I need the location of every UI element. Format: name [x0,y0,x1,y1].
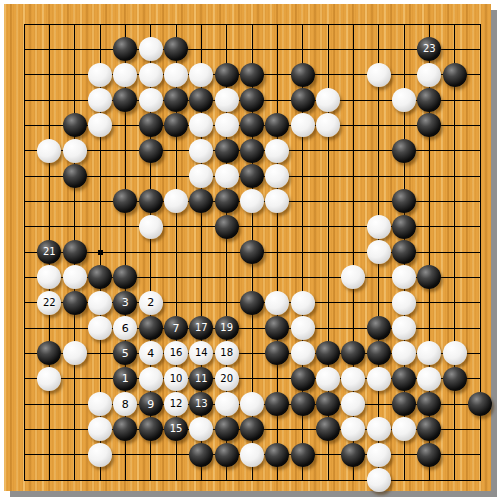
white-stone-c4r13[interactable] [88,316,112,340]
move-number-label: 1 [122,373,129,384]
black-stone-c12r3[interactable] [291,63,315,87]
black-stone-c3r10[interactable] [63,240,87,264]
black-stone-c7r13[interactable]: 7 [164,316,188,340]
white-stone-c15r18[interactable] [367,443,391,467]
black-stone-c3r7[interactable] [63,164,87,188]
white-stone-c2r12[interactable]: 22 [37,291,61,315]
black-stone-c17r11[interactable] [417,265,441,289]
black-stone-c6r17[interactable] [139,417,163,441]
move-number-label: 21 [43,247,56,257]
black-stone-c10r7[interactable] [240,164,264,188]
white-stone-c16r14[interactable] [392,341,416,365]
move-number-label: 13 [195,399,208,409]
black-stone-c16r6[interactable] [392,139,416,163]
black-stone-c17r18[interactable] [417,443,441,467]
black-stone-c6r13[interactable] [139,316,163,340]
move-number-label: 8 [122,399,129,410]
white-stone-c6r4[interactable] [139,88,163,112]
white-stone-c10r8[interactable] [240,189,264,213]
white-stone-c7r8[interactable] [164,189,188,213]
white-stone-c8r7[interactable] [189,164,213,188]
white-stone-c8r17[interactable] [189,417,213,441]
move-number-label: 19 [220,323,233,333]
move-number-label: 18 [220,348,233,358]
white-stone-c4r3[interactable] [88,63,112,87]
black-stone-c10r6[interactable] [240,139,264,163]
move-number-label: 20 [220,374,233,384]
black-stone-c6r8[interactable] [139,189,163,213]
black-stone-c12r18[interactable] [291,443,315,467]
black-stone-c10r10[interactable] [240,240,264,264]
white-stone-c5r13[interactable]: 6 [113,316,137,340]
star-point [98,250,103,255]
white-stone-c17r15[interactable] [417,367,441,391]
black-stone-c7r5[interactable] [164,113,188,137]
black-stone-c17r5[interactable] [417,113,441,137]
black-stone-c8r13[interactable]: 17 [189,316,213,340]
white-stone-c14r16[interactable] [341,392,365,416]
black-stone-c5r15[interactable]: 1 [113,367,137,391]
white-stone-c15r15[interactable] [367,367,391,391]
white-stone-c6r12[interactable]: 2 [139,291,163,315]
black-stone-c9r6[interactable] [215,139,239,163]
black-stone-c3r12[interactable] [63,291,87,315]
white-stone-c6r15[interactable] [139,367,163,391]
white-stone-c6r2[interactable] [139,37,163,61]
white-stone-c11r7[interactable] [265,164,289,188]
black-stone-c9r17[interactable] [215,417,239,441]
black-stone-c7r2[interactable] [164,37,188,61]
black-stone-c10r12[interactable] [240,291,264,315]
white-stone-c8r5[interactable] [189,113,213,137]
black-stone-c14r18[interactable] [341,443,365,467]
white-stone-c16r12[interactable] [392,291,416,315]
move-number-label: 4 [147,348,154,359]
white-stone-c2r15[interactable] [37,367,61,391]
white-stone-c16r4[interactable] [392,88,416,112]
move-number-label: 16 [170,348,183,358]
grid-line-horizontal [24,480,481,481]
black-stone-c8r4[interactable] [189,88,213,112]
white-stone-c11r8[interactable] [265,189,289,213]
black-stone-c11r18[interactable] [265,443,289,467]
black-stone-c5r2[interactable] [113,37,137,61]
white-stone-c12r5[interactable] [291,113,315,137]
black-stone-c13r17[interactable] [316,417,340,441]
white-stone-c15r9[interactable] [367,215,391,239]
black-stone-c15r13[interactable] [367,316,391,340]
white-stone-c3r6[interactable] [63,139,87,163]
black-stone-c13r14[interactable] [316,341,340,365]
white-stone-c4r16[interactable] [88,392,112,416]
go-board[interactable]: 2321223267171954161418110112089121315 [4,4,491,491]
white-stone-c5r3[interactable] [113,63,137,87]
move-number-label: 10 [170,374,183,384]
black-stone-c16r8[interactable] [392,189,416,213]
white-stone-c12r12[interactable] [291,291,315,315]
white-stone-c9r16[interactable] [215,392,239,416]
black-stone-c8r18[interactable] [189,443,213,467]
black-stone-c8r8[interactable] [189,189,213,213]
white-stone-c6r3[interactable] [139,63,163,87]
white-stone-c16r17[interactable] [392,417,416,441]
white-stone-c14r15[interactable] [341,367,365,391]
white-stone-c11r6[interactable] [265,139,289,163]
black-stone-c11r16[interactable] [265,392,289,416]
white-stone-c13r5[interactable] [316,113,340,137]
white-stone-c9r14[interactable]: 18 [215,341,239,365]
black-stone-c9r9[interactable] [215,215,239,239]
black-stone-c16r15[interactable] [392,367,416,391]
move-number-label: 5 [122,348,129,359]
black-stone-c12r16[interactable] [291,392,315,416]
white-stone-c13r15[interactable] [316,367,340,391]
white-stone-c17r3[interactable] [417,63,441,87]
white-stone-c3r11[interactable] [63,265,87,289]
black-stone-c5r11[interactable] [113,265,137,289]
black-stone-c14r14[interactable] [341,341,365,365]
black-stone-c15r14[interactable] [367,341,391,365]
black-stone-c18r3[interactable] [443,63,467,87]
white-stone-c7r16[interactable]: 12 [164,392,188,416]
black-stone-c3r5[interactable] [63,113,87,137]
white-stone-c15r17[interactable] [367,417,391,441]
black-stone-c6r16[interactable]: 9 [139,392,163,416]
black-stone-c9r3[interactable] [215,63,239,87]
move-number-label: 3 [122,297,129,308]
white-stone-c9r7[interactable] [215,164,239,188]
white-stone-c2r6[interactable] [37,139,61,163]
black-stone-c5r8[interactable] [113,189,137,213]
white-stone-c4r4[interactable] [88,88,112,112]
page-background: { "game": "go", "board": { "size": 19, "… [0,0,500,500]
grid-line-horizontal [24,49,481,50]
move-number-label: 17 [195,323,208,333]
black-stone-c19r16[interactable] [468,392,492,416]
black-stone-c11r5[interactable] [265,113,289,137]
move-number-label: 14 [195,348,208,358]
white-stone-c3r14[interactable] [63,341,87,365]
white-stone-c4r17[interactable] [88,417,112,441]
black-stone-c2r10[interactable]: 21 [37,240,61,264]
black-stone-c10r3[interactable] [240,63,264,87]
white-stone-c6r14[interactable]: 4 [139,341,163,365]
black-stone-c6r5[interactable] [139,113,163,137]
black-stone-c17r17[interactable] [417,417,441,441]
grid-line-vertical [24,24,25,481]
black-stone-c16r9[interactable] [392,215,416,239]
black-stone-c10r5[interactable] [240,113,264,137]
black-stone-c17r16[interactable] [417,392,441,416]
white-stone-c9r5[interactable] [215,113,239,137]
white-stone-c15r3[interactable] [367,63,391,87]
black-stone-c18r15[interactable] [443,367,467,391]
black-stone-c17r2[interactable]: 23 [417,37,441,61]
white-stone-c17r14[interactable] [417,341,441,365]
move-number-label: 11 [195,374,208,384]
black-stone-c5r12[interactable]: 3 [113,291,137,315]
black-stone-c10r4[interactable] [240,88,264,112]
white-stone-c15r10[interactable] [367,240,391,264]
black-stone-c4r11[interactable] [88,265,112,289]
black-stone-c5r4[interactable] [113,88,137,112]
move-number-label: 22 [43,298,56,308]
black-stone-c9r13[interactable]: 19 [215,316,239,340]
white-stone-c16r13[interactable] [392,316,416,340]
white-stone-c7r15[interactable]: 10 [164,367,188,391]
move-number-label: 9 [147,399,154,410]
white-stone-c10r18[interactable] [240,443,264,467]
white-stone-c4r12[interactable] [88,291,112,315]
white-stone-c2r11[interactable] [37,265,61,289]
black-stone-c5r17[interactable] [113,417,137,441]
move-number-label: 23 [423,44,436,54]
black-stone-c9r18[interactable] [215,443,239,467]
white-stone-c10r16[interactable] [240,392,264,416]
white-stone-c14r11[interactable] [341,265,365,289]
white-stone-c16r11[interactable] [392,265,416,289]
black-stone-c10r17[interactable] [240,417,264,441]
white-stone-c12r13[interactable] [291,316,315,340]
black-stone-c7r4[interactable] [164,88,188,112]
white-stone-c9r15[interactable]: 20 [215,367,239,391]
white-stone-c15r19[interactable] [367,468,391,492]
black-stone-c2r14[interactable] [37,341,61,365]
black-stone-c8r15[interactable]: 11 [189,367,213,391]
black-stone-c8r16[interactable]: 13 [189,392,213,416]
black-stone-c5r14[interactable]: 5 [113,341,137,365]
white-stone-c6r9[interactable] [139,215,163,239]
black-stone-c16r10[interactable] [392,240,416,264]
black-stone-c11r14[interactable] [265,341,289,365]
black-stone-c6r6[interactable] [139,139,163,163]
white-stone-c8r3[interactable] [189,63,213,87]
white-stone-c14r17[interactable] [341,417,365,441]
white-stone-c4r18[interactable] [88,443,112,467]
black-stone-c12r15[interactable] [291,367,315,391]
black-stone-c12r4[interactable] [291,88,315,112]
black-stone-c9r8[interactable] [215,189,239,213]
white-stone-c8r14[interactable]: 14 [189,341,213,365]
move-number-label: 12 [170,399,183,409]
white-stone-c8r6[interactable] [189,139,213,163]
move-number-label: 15 [170,424,183,434]
white-stone-c4r5[interactable] [88,113,112,137]
black-stone-c11r13[interactable] [265,316,289,340]
white-stone-c11r12[interactable] [265,291,289,315]
black-stone-c7r17[interactable]: 15 [164,417,188,441]
move-number-label: 7 [173,323,180,334]
white-stone-c18r14[interactable] [443,341,467,365]
white-stone-c9r4[interactable] [215,88,239,112]
grid-line-vertical [454,24,455,481]
white-stone-c7r3[interactable] [164,63,188,87]
black-stone-c17r4[interactable] [417,88,441,112]
move-number-label: 2 [147,297,154,308]
grid-line-horizontal [24,24,481,25]
move-number-label: 6 [122,323,129,334]
white-stone-c7r14[interactable]: 16 [164,341,188,365]
white-stone-c13r4[interactable] [316,88,340,112]
black-stone-c13r16[interactable] [316,392,340,416]
white-stone-c5r16[interactable]: 8 [113,392,137,416]
black-stone-c16r16[interactable] [392,392,416,416]
white-stone-c12r14[interactable] [291,341,315,365]
